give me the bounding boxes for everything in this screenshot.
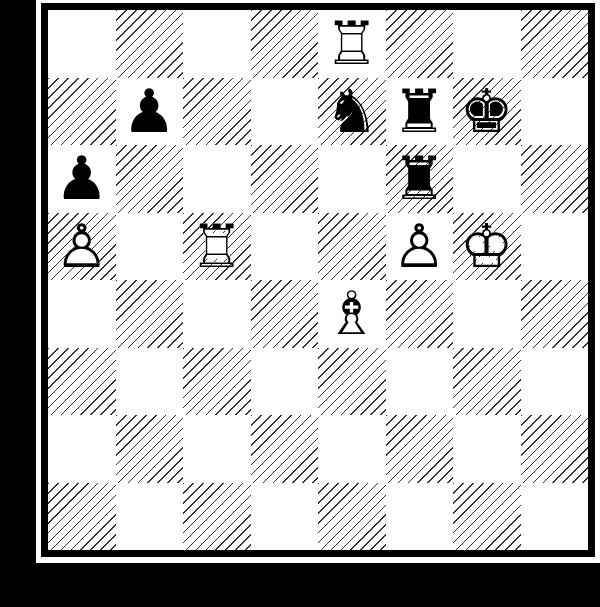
square-b2	[116, 415, 184, 483]
square-f5: ♟♙	[386, 213, 454, 281]
piece-white-rook-c5: ♜♖	[183, 213, 251, 281]
square-h2	[521, 415, 589, 483]
square-h7	[521, 78, 589, 146]
square-d5	[251, 213, 319, 281]
square-b1	[116, 483, 184, 551]
square-d7	[251, 78, 319, 146]
square-g8	[453, 10, 521, 78]
square-d8	[251, 10, 319, 78]
square-d6	[251, 145, 319, 213]
piece-white-pawn-f5: ♟♙	[386, 213, 454, 281]
square-g3	[453, 348, 521, 416]
black-rook-icon: ♜	[392, 78, 446, 145]
square-b8	[116, 10, 184, 78]
square-e7: ♞	[318, 78, 386, 146]
black-king-icon: ♚	[460, 78, 514, 145]
piece-black-pawn-a6: ♟	[48, 145, 116, 213]
square-c4	[183, 280, 251, 348]
square-a6: ♟	[48, 145, 116, 213]
square-a2	[48, 415, 116, 483]
square-e6	[318, 145, 386, 213]
square-c7	[183, 78, 251, 146]
white-pawn-icon: ♙	[392, 213, 446, 280]
square-b5	[116, 213, 184, 281]
piece-white-rook-e8: ♜♖	[318, 10, 386, 78]
square-a3	[48, 348, 116, 416]
square-g2	[453, 415, 521, 483]
piece-black-pawn-b7: ♟	[116, 78, 184, 146]
square-e2	[318, 415, 386, 483]
square-a8	[48, 10, 116, 78]
white-bishop-icon: ♗	[325, 280, 379, 347]
square-h3	[521, 348, 589, 416]
square-h1	[521, 483, 589, 551]
square-f3	[386, 348, 454, 416]
square-g4	[453, 280, 521, 348]
piece-black-king-g7: ♚	[453, 78, 521, 146]
square-c3	[183, 348, 251, 416]
square-g6	[453, 145, 521, 213]
square-c5: ♜♖	[183, 213, 251, 281]
black-pawn-icon: ♟	[122, 78, 176, 145]
black-pawn-icon: ♟	[55, 145, 109, 212]
square-a4	[48, 280, 116, 348]
black-knight-icon: ♞	[325, 78, 379, 145]
square-f4	[386, 280, 454, 348]
square-e8: ♜♖	[318, 10, 386, 78]
square-f7: ♜	[386, 78, 454, 146]
square-d1	[251, 483, 319, 551]
square-e4: ♝♗	[318, 280, 386, 348]
piece-white-king-g5: ♚♔	[453, 213, 521, 281]
square-c8	[183, 10, 251, 78]
square-f6: ♜	[386, 145, 454, 213]
square-a1	[48, 483, 116, 551]
square-d4	[251, 280, 319, 348]
piece-black-rook-f6: ♜	[386, 145, 454, 213]
piece-black-rook-f7: ♜	[386, 78, 454, 146]
square-g1	[453, 483, 521, 551]
square-g7: ♚	[453, 78, 521, 146]
square-a5: ♟♙	[48, 213, 116, 281]
square-b4	[116, 280, 184, 348]
square-d2	[251, 415, 319, 483]
square-h4	[521, 280, 589, 348]
square-b6	[116, 145, 184, 213]
square-f8	[386, 10, 454, 78]
diagram-page: ♜♖♟♞♜♚♟♜♟♙♜♖♟♙♚♔♝♗	[36, 0, 600, 563]
square-d3	[251, 348, 319, 416]
white-rook-icon: ♖	[190, 213, 244, 280]
white-king-icon: ♔	[460, 213, 514, 280]
piece-white-pawn-a5: ♟♙	[48, 213, 116, 281]
square-h6	[521, 145, 589, 213]
square-g5: ♚♔	[453, 213, 521, 281]
page-background: { "game": "chess", "position": { "fen": …	[0, 0, 600, 607]
square-h8	[521, 10, 589, 78]
square-e3	[318, 348, 386, 416]
board-frame: ♜♖♟♞♜♚♟♜♟♙♜♖♟♙♚♔♝♗	[41, 3, 595, 557]
black-rook-icon: ♜	[392, 145, 446, 212]
square-b7: ♟	[116, 78, 184, 146]
chess-board: ♜♖♟♞♜♚♟♜♟♙♜♖♟♙♚♔♝♗	[48, 10, 588, 550]
piece-white-bishop-e4: ♝♗	[318, 280, 386, 348]
white-pawn-icon: ♙	[55, 213, 109, 280]
square-f2	[386, 415, 454, 483]
square-c6	[183, 145, 251, 213]
piece-black-knight-e7: ♞	[318, 78, 386, 146]
square-e1	[318, 483, 386, 551]
square-a7	[48, 78, 116, 146]
square-b3	[116, 348, 184, 416]
square-f1	[386, 483, 454, 551]
square-c1	[183, 483, 251, 551]
square-e5	[318, 213, 386, 281]
white-rook-icon: ♖	[325, 10, 379, 77]
square-h5	[521, 213, 589, 281]
square-c2	[183, 415, 251, 483]
